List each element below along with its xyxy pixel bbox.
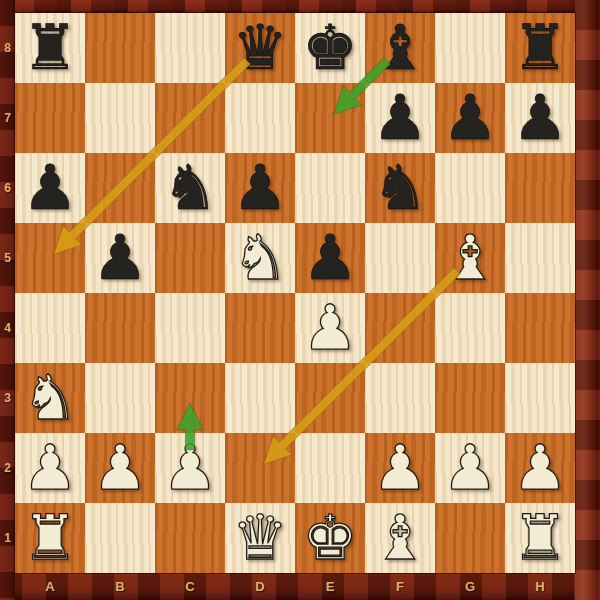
square-a6[interactable]: ♟ — [15, 153, 85, 223]
chess-board: ♜♛♚♝♜♟♟♟♟♞♟♞♟♞♟♝♟♞♟♟♟♟♟♟♜♛♚♝♜ — [15, 13, 575, 573]
square-f3[interactable] — [365, 363, 435, 433]
file-label-b: B — [85, 575, 155, 597]
square-e5[interactable]: ♟ — [295, 223, 365, 293]
square-h6[interactable] — [505, 153, 575, 223]
square-a5[interactable] — [15, 223, 85, 293]
black-pawn[interactable]: ♟ — [442, 87, 498, 149]
square-g6[interactable] — [435, 153, 505, 223]
square-d3[interactable] — [225, 363, 295, 433]
file-label-a: A — [15, 575, 85, 597]
square-g5[interactable]: ♝ — [435, 223, 505, 293]
square-g3[interactable] — [435, 363, 505, 433]
black-knight[interactable]: ♞ — [162, 157, 218, 219]
square-c7[interactable] — [155, 83, 225, 153]
square-f1[interactable]: ♝ — [365, 503, 435, 573]
square-d1[interactable]: ♛ — [225, 503, 295, 573]
square-a8[interactable]: ♜ — [15, 13, 85, 83]
square-b5[interactable]: ♟ — [85, 223, 155, 293]
black-rook[interactable]: ♜ — [22, 17, 78, 79]
square-g1[interactable] — [435, 503, 505, 573]
rank-label-3: 3 — [0, 363, 15, 433]
square-d8[interactable]: ♛ — [225, 13, 295, 83]
square-c5[interactable] — [155, 223, 225, 293]
square-a3[interactable]: ♞ — [15, 363, 85, 433]
square-b8[interactable] — [85, 13, 155, 83]
square-a7[interactable] — [15, 83, 85, 153]
black-pawn[interactable]: ♟ — [372, 87, 428, 149]
square-d5[interactable]: ♞ — [225, 223, 295, 293]
square-e2[interactable] — [295, 433, 365, 503]
square-b4[interactable] — [85, 293, 155, 363]
square-c2[interactable]: ♟ — [155, 433, 225, 503]
square-h8[interactable]: ♜ — [505, 13, 575, 83]
square-b7[interactable] — [85, 83, 155, 153]
square-f2[interactable]: ♟ — [365, 433, 435, 503]
square-a2[interactable]: ♟ — [15, 433, 85, 503]
white-pawn[interactable]: ♟ — [162, 437, 218, 499]
rank-label-7: 7 — [0, 83, 15, 153]
file-label-g: G — [435, 575, 505, 597]
white-pawn[interactable]: ♟ — [512, 437, 568, 499]
square-e4[interactable]: ♟ — [295, 293, 365, 363]
white-knight[interactable]: ♞ — [22, 367, 78, 429]
rank-label-8: 8 — [0, 13, 15, 83]
square-h3[interactable] — [505, 363, 575, 433]
square-c6[interactable]: ♞ — [155, 153, 225, 223]
square-b1[interactable] — [85, 503, 155, 573]
black-bishop[interactable]: ♝ — [372, 17, 428, 79]
square-e1[interactable]: ♚ — [295, 503, 365, 573]
white-rook[interactable]: ♜ — [512, 507, 568, 569]
square-f5[interactable] — [365, 223, 435, 293]
file-label-d: D — [225, 575, 295, 597]
square-f8[interactable]: ♝ — [365, 13, 435, 83]
rank-label-5: 5 — [0, 223, 15, 293]
square-c1[interactable] — [155, 503, 225, 573]
white-pawn[interactable]: ♟ — [372, 437, 428, 499]
square-g8[interactable] — [435, 13, 505, 83]
square-h4[interactable] — [505, 293, 575, 363]
rank-label-4: 4 — [0, 293, 15, 363]
square-h7[interactable]: ♟ — [505, 83, 575, 153]
white-pawn[interactable]: ♟ — [22, 437, 78, 499]
square-g2[interactable]: ♟ — [435, 433, 505, 503]
white-king[interactable]: ♚ — [302, 507, 358, 569]
square-d2[interactable] — [225, 433, 295, 503]
square-f4[interactable] — [365, 293, 435, 363]
square-e3[interactable] — [295, 363, 365, 433]
file-label-f: F — [365, 575, 435, 597]
black-queen[interactable]: ♛ — [232, 17, 288, 79]
file-label-e: E — [295, 575, 365, 597]
file-label-c: C — [155, 575, 225, 597]
rank-label-1: 1 — [0, 503, 15, 573]
square-g7[interactable]: ♟ — [435, 83, 505, 153]
square-b3[interactable] — [85, 363, 155, 433]
square-c8[interactable] — [155, 13, 225, 83]
rank-label-2: 2 — [0, 433, 15, 503]
square-h2[interactable]: ♟ — [505, 433, 575, 503]
white-queen[interactable]: ♛ — [232, 507, 288, 569]
black-pawn[interactable]: ♟ — [512, 87, 568, 149]
black-pawn[interactable]: ♟ — [22, 157, 78, 219]
black-rook[interactable]: ♜ — [512, 17, 568, 79]
white-bishop[interactable]: ♝ — [372, 507, 428, 569]
square-d7[interactable] — [225, 83, 295, 153]
chessboard-screenshot: ♜♛♚♝♜♟♟♟♟♞♟♞♟♞♟♝♟♞♟♟♟♟♟♟♜♛♚♝♜ 87654321AB… — [0, 0, 600, 600]
black-pawn[interactable]: ♟ — [232, 157, 288, 219]
square-b2[interactable]: ♟ — [85, 433, 155, 503]
black-knight[interactable]: ♞ — [372, 157, 428, 219]
square-d6[interactable]: ♟ — [225, 153, 295, 223]
square-g4[interactable] — [435, 293, 505, 363]
square-c4[interactable] — [155, 293, 225, 363]
square-h1[interactable]: ♜ — [505, 503, 575, 573]
white-pawn[interactable]: ♟ — [442, 437, 498, 499]
black-king[interactable]: ♚ — [302, 17, 358, 79]
square-e7[interactable] — [295, 83, 365, 153]
square-f6[interactable]: ♞ — [365, 153, 435, 223]
black-pawn[interactable]: ♟ — [92, 227, 148, 289]
white-pawn[interactable]: ♟ — [302, 297, 358, 359]
square-d4[interactable] — [225, 293, 295, 363]
square-f7[interactable]: ♟ — [365, 83, 435, 153]
file-label-h: H — [505, 575, 575, 597]
square-e6[interactable] — [295, 153, 365, 223]
square-b6[interactable] — [85, 153, 155, 223]
square-c3[interactable] — [155, 363, 225, 433]
square-a4[interactable] — [15, 293, 85, 363]
white-bishop[interactable]: ♝ — [442, 227, 498, 289]
square-e8[interactable]: ♚ — [295, 13, 365, 83]
board-frame-right — [575, 0, 600, 600]
square-a1[interactable]: ♜ — [15, 503, 85, 573]
rank-label-6: 6 — [0, 153, 15, 223]
black-pawn[interactable]: ♟ — [302, 227, 358, 289]
white-rook[interactable]: ♜ — [22, 507, 78, 569]
white-knight[interactable]: ♞ — [232, 227, 288, 289]
white-pawn[interactable]: ♟ — [92, 437, 148, 499]
square-h5[interactable] — [505, 223, 575, 293]
board-frame-top — [0, 0, 600, 13]
